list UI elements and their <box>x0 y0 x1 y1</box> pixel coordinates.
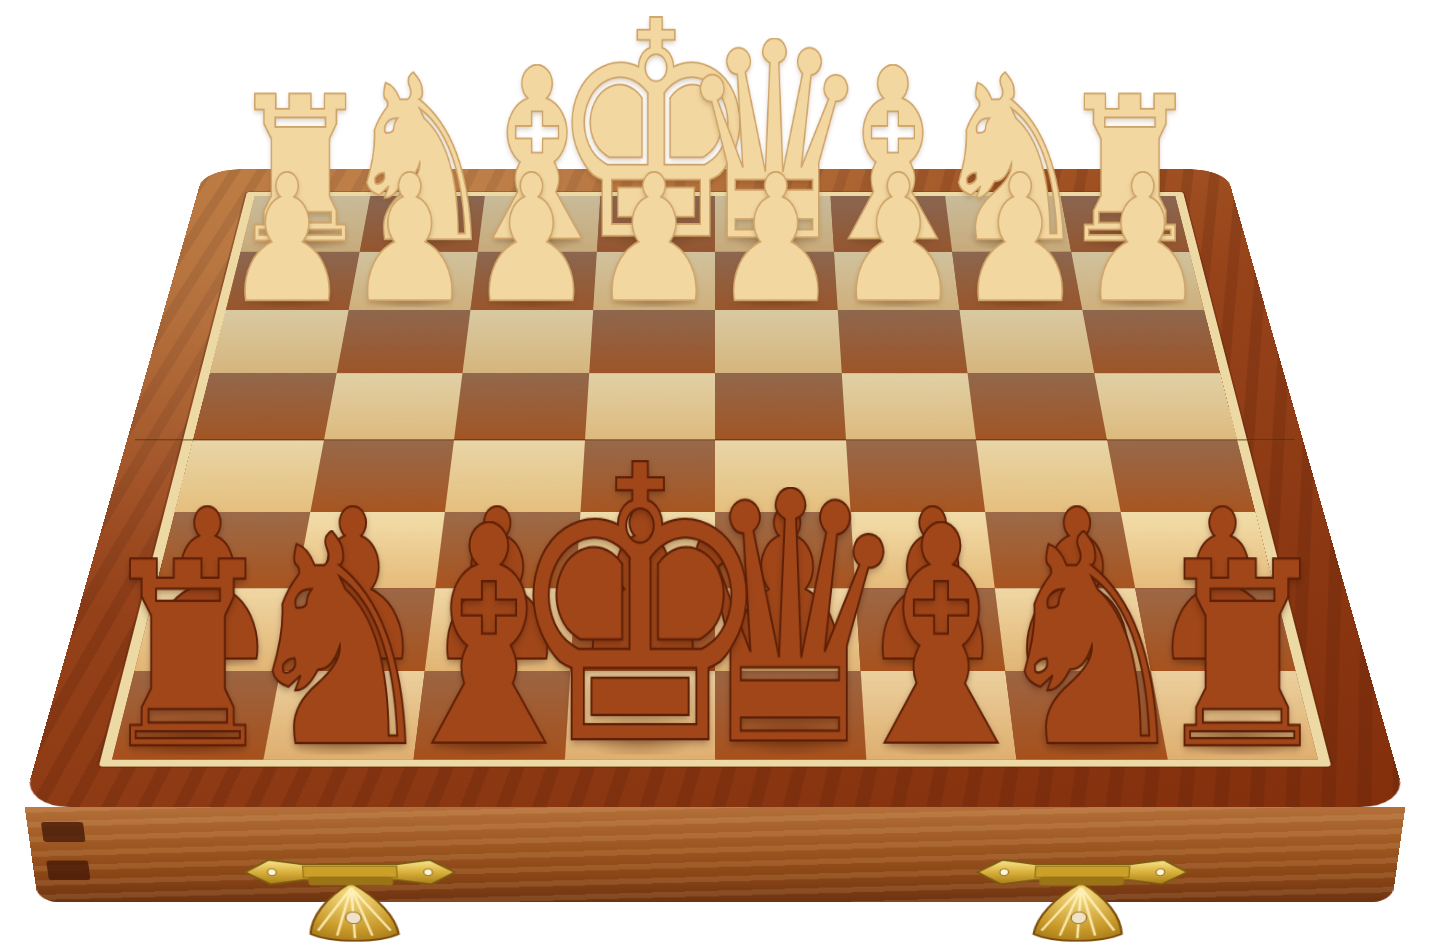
white-pawn[interactable]: ♟ <box>957 171 1083 308</box>
dovetail-joint <box>41 822 86 842</box>
square-a2[interactable]: ♟ <box>1071 252 1204 311</box>
square-b4[interactable] <box>968 373 1107 440</box>
square-h2[interactable]: ♟ <box>226 252 359 311</box>
square-d3[interactable] <box>715 310 841 373</box>
square-h3[interactable] <box>210 310 348 373</box>
square-b2[interactable]: ♟ <box>952 252 1082 311</box>
square-c8[interactable]: ♝ <box>860 671 1016 760</box>
square-a4[interactable] <box>1094 373 1237 440</box>
dovetail-joint <box>46 860 91 880</box>
white-pawn[interactable]: ♟ <box>713 171 839 308</box>
square-f2[interactable]: ♟ <box>470 252 596 311</box>
white-pawn[interactable]: ♟ <box>1080 171 1206 308</box>
square-g2[interactable]: ♟ <box>348 252 478 311</box>
square-g4[interactable] <box>324 373 463 440</box>
square-e3[interactable] <box>589 310 715 373</box>
square-h8[interactable]: ♜ <box>112 671 280 760</box>
brass-latch-right <box>967 837 1198 947</box>
square-g3[interactable] <box>336 310 470 373</box>
product-photo-scene: ♜♞♝♚♛♝♞♜♟♟♟♟♟♟♟♟♟♟♟♟♟♟♟♟♜♞♝♚♛♝♞♜ <box>0 0 1445 947</box>
square-b3[interactable] <box>960 310 1094 373</box>
square-c3[interactable] <box>837 310 967 373</box>
black-rook[interactable]: ♜ <box>1150 557 1334 757</box>
square-e2[interactable]: ♟ <box>593 252 715 311</box>
white-pawn[interactable]: ♟ <box>469 171 595 308</box>
square-h4[interactable] <box>193 373 336 440</box>
white-pawn[interactable]: ♟ <box>835 171 961 308</box>
chess-board: ♜♞♝♚♛♝♞♜♟♟♟♟♟♟♟♟♟♟♟♟♟♟♟♟♜♞♝♚♛♝♞♜ <box>112 196 1318 759</box>
square-a3[interactable] <box>1082 310 1220 373</box>
black-rook[interactable]: ♜ <box>96 557 280 757</box>
black-king[interactable]: ♚ <box>503 460 776 757</box>
black-bishop[interactable]: ♝ <box>832 521 1049 757</box>
square-d2[interactable]: ♟ <box>715 252 837 311</box>
folding-chess-box: ♜♞♝♚♛♝♞♜♟♟♟♟♟♟♟♟♟♟♟♟♟♟♟♟♜♞♝♚♛♝♞♜ <box>22 169 1407 807</box>
square-f3[interactable] <box>462 310 592 373</box>
white-pawn[interactable]: ♟ <box>224 171 350 308</box>
square-e8[interactable]: ♚ <box>564 671 715 760</box>
square-a8[interactable]: ♜ <box>1150 671 1318 760</box>
square-c2[interactable]: ♟ <box>834 252 960 311</box>
brass-latch-left <box>235 837 466 947</box>
box-front-face <box>25 807 1406 902</box>
white-pawn[interactable]: ♟ <box>591 171 717 308</box>
white-pawn[interactable]: ♟ <box>346 171 472 308</box>
